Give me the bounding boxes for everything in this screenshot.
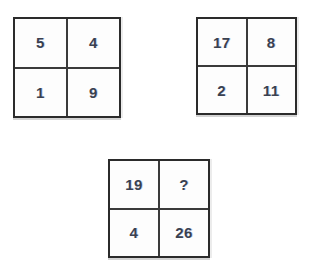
grid-bottom-center: 19 ? 4 26 (108, 159, 210, 258)
cell-top-right-r1c0: 2 (198, 66, 247, 113)
cell-top-left-r1c0: 1 (15, 68, 67, 117)
puzzle-board: 5 4 1 9 17 8 2 11 19 ? 4 26 (0, 0, 321, 280)
cell-top-left-r1c1: 9 (67, 68, 119, 117)
grid-top-left: 5 4 1 9 (13, 17, 121, 118)
cell-top-right-r0c1: 8 (247, 19, 296, 66)
cell-bottom-r1c1: 26 (159, 209, 208, 257)
grid-top-right: 17 8 2 11 (196, 17, 297, 115)
cell-top-right-r0c0: 17 (198, 19, 247, 66)
cell-bottom-r0c1-unknown: ? (159, 161, 208, 209)
cell-bottom-r1c0: 4 (110, 209, 159, 257)
cell-top-right-r1c1: 11 (247, 66, 296, 113)
cell-bottom-r0c0: 19 (110, 161, 159, 209)
cell-top-left-r0c0: 5 (15, 19, 67, 68)
cell-top-left-r0c1: 4 (67, 19, 119, 68)
